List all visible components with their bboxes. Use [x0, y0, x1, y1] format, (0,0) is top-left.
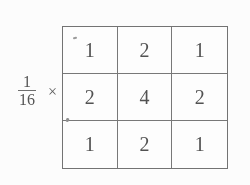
- kernel-cell-r3c1: 1: [63, 121, 118, 168]
- kernel-figure: 1 16 × 1 2 1 2 4 2 1 2 1: [0, 0, 250, 185]
- kernel-cell-r3c2: 2: [118, 121, 173, 168]
- kernel-cell-r2c2: 4: [118, 74, 173, 121]
- kernel-cell-r2c3: 2: [172, 74, 227, 121]
- kernel-multiplier: 1 16 ×: [13, 70, 57, 110]
- multiply-sign: ×: [48, 83, 57, 101]
- kernel-grid: 1 2 1 2 4 2 1 2 1: [62, 26, 228, 169]
- kernel-cell-r2c1: 2: [63, 74, 118, 121]
- kernel-cell-r1c1: 1: [63, 27, 118, 74]
- fraction-numerator: 1: [23, 74, 31, 89]
- fraction-denominator: 16: [19, 92, 35, 107]
- kernel-cell-r1c3: 1: [172, 27, 227, 74]
- kernel-cell-r3c3: 1: [172, 121, 227, 168]
- fraction-one-sixteenth: 1 16: [13, 74, 41, 107]
- kernel-cell-r1c2: 2: [118, 27, 173, 74]
